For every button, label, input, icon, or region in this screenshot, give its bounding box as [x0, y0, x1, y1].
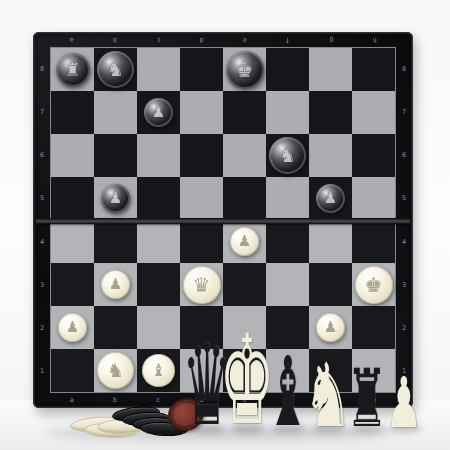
square-e3[interactable]: [223, 263, 266, 306]
piece-white-bishop-c1[interactable]: ♝: [142, 354, 175, 387]
square-a7[interactable]: [51, 91, 94, 134]
square-b3[interactable]: ♟: [94, 263, 137, 306]
rank-label-left-2: 2: [37, 325, 47, 332]
square-f3[interactable]: [266, 263, 309, 306]
piece-black-pawn-g5[interactable]: ♟: [316, 184, 345, 213]
square-b2[interactable]: [94, 306, 137, 349]
piece-black-knight-f6[interactable]: ♞: [269, 137, 306, 174]
square-a2[interactable]: ♟: [51, 306, 94, 349]
pawn-glyph: ♟: [324, 191, 337, 206]
square-d3[interactable]: ♛: [180, 263, 223, 306]
file-label-bottom-b: b: [93, 397, 136, 404]
square-g2[interactable]: ♟: [309, 306, 352, 349]
square-f5[interactable]: [266, 177, 309, 220]
rank-label-left-1: 1: [37, 368, 47, 375]
file-label-top-g: g: [310, 36, 353, 43]
product-photo-stage: ♜♞♚♟♞♟♟♟♟♛♚♟♟♞♝ aabbccddeeffgghh88776655…: [0, 0, 450, 450]
square-b4[interactable]: [94, 220, 137, 263]
square-d8[interactable]: [180, 48, 223, 91]
square-f4[interactable]: [266, 220, 309, 263]
piece-black-king-e8[interactable]: ♚: [226, 51, 264, 89]
square-b1[interactable]: ♞: [94, 349, 137, 392]
board-fold-hinge: [36, 218, 410, 224]
square-b6[interactable]: [94, 134, 137, 177]
square-c3[interactable]: [137, 263, 180, 306]
piece-black-knight-b8[interactable]: ♞: [97, 51, 134, 88]
square-h8[interactable]: [352, 48, 395, 91]
rank-label-right-7: 7: [399, 109, 409, 116]
square-e8[interactable]: ♚: [223, 48, 266, 91]
square-a5[interactable]: [51, 177, 94, 220]
square-h4[interactable]: [352, 220, 395, 263]
file-label-top-a: a: [50, 36, 93, 43]
piece-black-rook-a8[interactable]: ♜: [56, 53, 90, 87]
square-e7[interactable]: [223, 91, 266, 134]
piece-black-pawn-b5[interactable]: ♟: [101, 184, 130, 213]
piece-white-pawn-g2[interactable]: ♟: [316, 313, 345, 342]
square-h3[interactable]: ♚: [352, 263, 395, 306]
square-d5[interactable]: [180, 177, 223, 220]
pawn-glyph: ♟: [109, 191, 122, 206]
square-c7[interactable]: ♟: [137, 91, 180, 134]
rank-label-right-8: 8: [399, 66, 409, 73]
piece-black-pawn-c7[interactable]: ♟: [144, 98, 173, 127]
file-label-top-c: c: [137, 36, 180, 43]
square-d6[interactable]: [180, 134, 223, 177]
file-label-top-d: d: [180, 36, 223, 43]
rank-label-right-6: 6: [399, 152, 409, 159]
square-e6[interactable]: [223, 134, 266, 177]
square-e5[interactable]: [223, 177, 266, 220]
queen-glyph: ♛: [193, 275, 211, 295]
rank-label-left-6: 6: [37, 152, 47, 159]
knight-glyph: ♞: [107, 361, 124, 380]
standing-piece-white-pawn[interactable]: ♟: [386, 375, 422, 432]
rank-label-left-5: 5: [37, 195, 47, 202]
file-label-top-h: h: [353, 36, 396, 43]
rank-label-right-3: 3: [399, 282, 409, 289]
rook-glyph: ♜: [64, 61, 80, 79]
square-h2[interactable]: [352, 306, 395, 349]
knight-glyph: ♞: [107, 60, 124, 79]
square-g3[interactable]: [309, 263, 352, 306]
rank-label-left-8: 8: [37, 66, 47, 73]
square-e4[interactable]: ♟: [223, 220, 266, 263]
square-b5[interactable]: ♟: [94, 177, 137, 220]
rank-label-left-3: 3: [37, 282, 47, 289]
square-a1[interactable]: [51, 349, 94, 392]
standing-piece-white-knight[interactable]: ♞: [304, 360, 353, 432]
piece-white-pawn-a2[interactable]: ♟: [58, 313, 87, 342]
rank-label-right-2: 2: [399, 325, 409, 332]
square-d4[interactable]: [180, 220, 223, 263]
square-f8[interactable]: [266, 48, 309, 91]
rank-label-right-4: 4: [399, 239, 409, 246]
square-b7[interactable]: [94, 91, 137, 134]
rank-label-right-5: 5: [399, 195, 409, 202]
rank-label-left-7: 7: [37, 109, 47, 116]
square-a4[interactable]: [51, 220, 94, 263]
pawn-glyph: ♟: [152, 105, 165, 120]
pawn-glyph: ♟: [238, 234, 251, 249]
pawn-glyph: ♟: [66, 320, 79, 335]
square-h7[interactable]: [352, 91, 395, 134]
file-label-bottom-a: a: [50, 397, 93, 404]
square-c6[interactable]: [137, 134, 180, 177]
file-label-top-e: e: [223, 36, 266, 43]
square-c5[interactable]: [137, 177, 180, 220]
square-g5[interactable]: ♟: [309, 177, 352, 220]
square-g8[interactable]: [309, 48, 352, 91]
rank-label-left-4: 4: [37, 239, 47, 246]
piece-white-pawn-b3[interactable]: ♟: [101, 270, 130, 299]
piece-white-pawn-e4[interactable]: ♟: [230, 227, 259, 256]
king-glyph: ♚: [365, 275, 383, 295]
square-h5[interactable]: [352, 177, 395, 220]
square-c2[interactable]: [137, 306, 180, 349]
square-a6[interactable]: [51, 134, 94, 177]
square-g6[interactable]: [309, 134, 352, 177]
king-glyph: ♚: [236, 60, 254, 80]
square-f6[interactable]: ♞: [266, 134, 309, 177]
piece-white-king-h3[interactable]: ♚: [355, 266, 393, 304]
file-label-top-b: b: [93, 36, 136, 43]
pawn-glyph: ♟: [324, 320, 337, 335]
square-g4[interactable]: [309, 220, 352, 263]
piece-white-queen-d3[interactable]: ♛: [183, 266, 221, 304]
square-a3[interactable]: [51, 263, 94, 306]
square-a8[interactable]: ♜: [51, 48, 94, 91]
piece-white-knight-b1[interactable]: ♞: [97, 352, 134, 389]
standing-piece-black-rook[interactable]: ♜: [346, 366, 388, 432]
pawn-glyph: ♟: [109, 277, 122, 292]
square-c8[interactable]: [137, 48, 180, 91]
file-label-top-f: f: [266, 36, 309, 43]
square-d7[interactable]: [180, 91, 223, 134]
square-f7[interactable]: [266, 91, 309, 134]
square-b8[interactable]: ♞: [94, 48, 137, 91]
square-c1[interactable]: ♝: [137, 349, 180, 392]
knight-glyph: ♞: [279, 146, 296, 165]
square-g7[interactable]: [309, 91, 352, 134]
square-h6[interactable]: [352, 134, 395, 177]
bishop-glyph: ♝: [151, 362, 166, 379]
square-c4[interactable]: [137, 220, 180, 263]
